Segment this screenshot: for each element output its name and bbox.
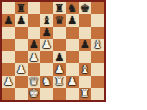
piece-white-pawn[interactable]: ♟	[67, 76, 77, 87]
square-c4[interactable]: ♟	[28, 51, 41, 63]
square-a4[interactable]	[2, 51, 15, 63]
square-h7[interactable]	[91, 14, 104, 26]
square-b3[interactable]: ♟	[15, 63, 28, 75]
square-d1[interactable]	[40, 88, 53, 100]
square-b4[interactable]	[15, 51, 28, 63]
square-d3[interactable]	[40, 63, 53, 75]
square-f1[interactable]	[66, 88, 79, 100]
page-background: ♜♜♞♚♟♟♝♛♟♟♟♟♟♝♟♟♟♟♝♟♛♞♜♟♚♜	[0, 0, 147, 110]
square-a1[interactable]	[2, 88, 15, 100]
piece-black-rook[interactable]: ♜	[54, 2, 64, 13]
piece-white-rook[interactable]: ♜	[80, 88, 90, 99]
square-f8[interactable]: ♞	[66, 2, 79, 14]
piece-black-knight[interactable]: ♞	[67, 2, 77, 13]
square-h2[interactable]	[91, 76, 104, 88]
square-a2[interactable]: ♟	[2, 76, 15, 88]
piece-white-knight[interactable]: ♞	[42, 76, 52, 87]
square-b6[interactable]	[15, 27, 28, 39]
square-e2[interactable]: ♜	[53, 76, 66, 88]
square-g7[interactable]	[79, 14, 92, 26]
square-h3[interactable]	[91, 63, 104, 75]
piece-white-pawn[interactable]: ♟	[29, 51, 39, 62]
square-a8[interactable]	[2, 2, 15, 14]
square-f2[interactable]: ♟	[66, 76, 79, 88]
square-d7[interactable]: ♝	[40, 14, 53, 26]
square-c2[interactable]: ♛	[28, 76, 41, 88]
piece-black-pawn[interactable]: ♟	[3, 14, 13, 25]
piece-black-queen[interactable]: ♛	[54, 14, 64, 25]
square-a5[interactable]	[2, 39, 15, 51]
piece-black-pawn[interactable]: ♟	[29, 39, 39, 50]
square-b5[interactable]	[15, 39, 28, 51]
piece-white-pawn[interactable]: ♟	[54, 63, 64, 74]
piece-white-pawn[interactable]: ♟	[16, 63, 26, 74]
piece-black-pawn[interactable]: ♟	[67, 14, 77, 25]
piece-black-rook[interactable]: ♜	[16, 2, 26, 13]
square-d8[interactable]	[40, 2, 53, 14]
square-f4[interactable]	[66, 51, 79, 63]
piece-white-queen[interactable]: ♛	[29, 76, 39, 87]
square-f7[interactable]: ♟	[66, 14, 79, 26]
square-h6[interactable]	[91, 27, 104, 39]
square-e6[interactable]	[53, 27, 66, 39]
piece-white-pawn[interactable]: ♟	[42, 39, 52, 50]
piece-white-rook[interactable]: ♜	[54, 76, 64, 87]
square-b2[interactable]	[15, 76, 28, 88]
square-c7[interactable]	[28, 14, 41, 26]
square-h8[interactable]	[91, 2, 104, 14]
square-g5[interactable]: ♟	[79, 39, 92, 51]
square-g2[interactable]	[79, 76, 92, 88]
square-a6[interactable]	[2, 27, 15, 39]
square-c6[interactable]	[28, 27, 41, 39]
square-f6[interactable]	[66, 27, 79, 39]
square-b7[interactable]: ♟	[15, 14, 28, 26]
piece-white-king[interactable]: ♚	[29, 88, 39, 99]
square-h4[interactable]	[91, 51, 104, 63]
square-g3[interactable]: ♝	[79, 63, 92, 75]
square-e1[interactable]	[53, 88, 66, 100]
piece-white-bishop[interactable]: ♝	[80, 63, 90, 74]
square-g4[interactable]	[79, 51, 92, 63]
piece-white-bishop[interactable]: ♝	[93, 39, 103, 50]
square-c1[interactable]: ♚	[28, 88, 41, 100]
square-f3[interactable]	[66, 63, 79, 75]
piece-black-pawn[interactable]: ♟	[16, 14, 26, 25]
square-h1[interactable]	[91, 88, 104, 100]
square-d5[interactable]: ♟	[40, 39, 53, 51]
square-d4[interactable]	[40, 51, 53, 63]
square-c5[interactable]: ♟	[28, 39, 41, 51]
chess-board: ♜♜♞♚♟♟♝♛♟♟♟♟♟♝♟♟♟♟♝♟♛♞♜♟♚♜	[0, 0, 106, 102]
square-c8[interactable]	[28, 2, 41, 14]
piece-black-pawn[interactable]: ♟	[42, 27, 52, 38]
square-e7[interactable]: ♛	[53, 14, 66, 26]
square-e4[interactable]: ♟	[53, 51, 66, 63]
square-g8[interactable]: ♚	[79, 2, 92, 14]
square-g1[interactable]: ♜	[79, 88, 92, 100]
square-b8[interactable]: ♜	[15, 2, 28, 14]
square-c3[interactable]	[28, 63, 41, 75]
piece-black-king[interactable]: ♚	[80, 2, 90, 13]
square-e8[interactable]: ♜	[53, 2, 66, 14]
piece-black-pawn[interactable]: ♟	[54, 51, 64, 62]
piece-black-bishop[interactable]: ♝	[42, 14, 52, 25]
square-g6[interactable]	[79, 27, 92, 39]
square-b1[interactable]	[15, 88, 28, 100]
square-e3[interactable]: ♟	[53, 63, 66, 75]
square-e5[interactable]	[53, 39, 66, 51]
square-d2[interactable]: ♞	[40, 76, 53, 88]
square-a3[interactable]	[2, 63, 15, 75]
piece-black-pawn[interactable]: ♟	[80, 39, 90, 50]
square-f5[interactable]	[66, 39, 79, 51]
square-h5[interactable]: ♝	[91, 39, 104, 51]
square-d6[interactable]: ♟	[40, 27, 53, 39]
square-a7[interactable]: ♟	[2, 14, 15, 26]
piece-white-pawn[interactable]: ♟	[3, 76, 13, 87]
